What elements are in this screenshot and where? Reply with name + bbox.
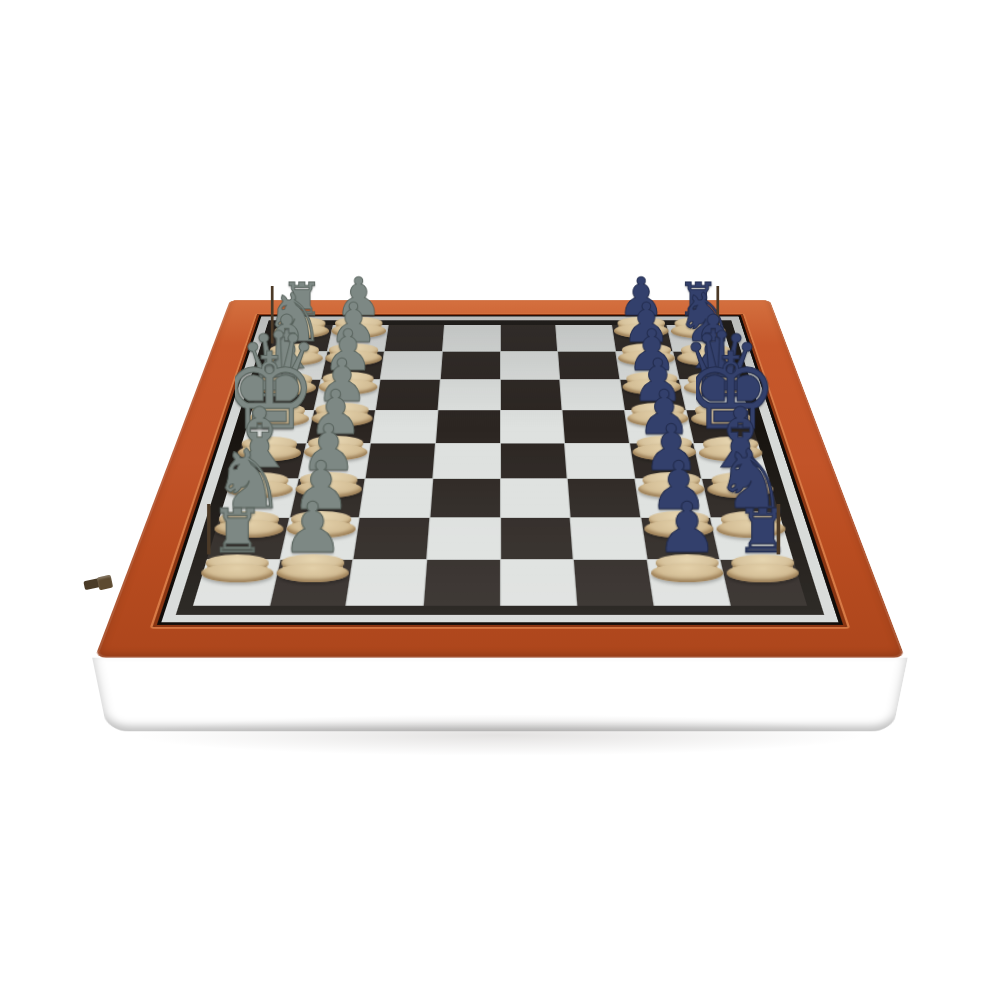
white-rook-glyph: ♜ (210, 504, 264, 560)
confederate-flag (246, 259, 275, 278)
black-pawn-glyph: ♟ (656, 496, 719, 560)
confederate-flag (175, 479, 212, 503)
piece-base-lower (651, 563, 723, 582)
union-flag (718, 259, 747, 278)
black-rook-glyph: ♜ (735, 504, 789, 560)
brass-clasp[interactable] (84, 576, 114, 594)
chess-board-box: ♜♞♝♛♚♝♞♜♟♟♟♟♟♟♟♟♜♞♝♛♚♝♞♜♟♟♟♟♟♟♟♟ (95, 300, 906, 658)
clasp-body (97, 575, 113, 591)
pieces-layer: ♜♞♝♛♚♝♞♜♟♟♟♟♟♟♟♟♜♞♝♛♚♝♞♜♟♟♟♟♟♟♟♟ (161, 317, 838, 623)
union-flag (779, 479, 816, 503)
photo-background: ♜♞♝♛♚♝♞♜♟♟♟♟♟♟♟♟♜♞♝♛♚♝♞♜♟♟♟♟♟♟♟♟ (0, 0, 1000, 1000)
white-pawn-glyph: ♟ (281, 496, 344, 560)
box-front-panel (92, 658, 908, 732)
piece-base-lower (726, 563, 798, 582)
piece-base-lower (202, 563, 274, 582)
piece-base-lower (277, 563, 349, 582)
